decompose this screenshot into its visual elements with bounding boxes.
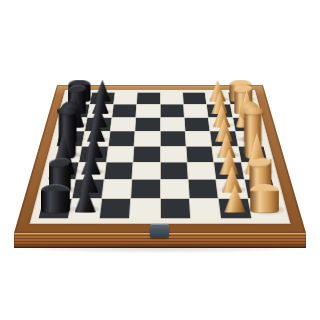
square-d8[interactable] — [57, 131, 85, 145]
square-h5[interactable] — [130, 199, 160, 219]
square-a5[interactable] — [137, 93, 160, 105]
square-a6[interactable] — [114, 93, 137, 105]
square-h2[interactable] — [219, 199, 251, 219]
square-a1[interactable] — [228, 93, 253, 105]
square-d3[interactable] — [185, 131, 211, 145]
square-b6[interactable] — [112, 105, 136, 118]
square-c6[interactable] — [110, 118, 135, 131]
square-b7[interactable] — [88, 105, 113, 118]
chess-box-scene — [14, 58, 306, 233]
square-b8[interactable] — [64, 105, 90, 118]
square-g1[interactable] — [245, 180, 277, 198]
square-f2[interactable] — [214, 162, 243, 179]
square-h1[interactable] — [248, 199, 281, 219]
square-c7[interactable] — [85, 118, 111, 131]
square-d1[interactable] — [235, 131, 263, 145]
square-d7[interactable] — [83, 131, 110, 145]
square-e7[interactable] — [80, 146, 108, 162]
square-e8[interactable] — [53, 146, 82, 162]
square-b4[interactable] — [160, 105, 183, 118]
square-c2[interactable] — [209, 118, 235, 131]
square-c1[interactable] — [233, 118, 260, 131]
square-f3[interactable] — [187, 162, 215, 179]
square-g7[interactable] — [73, 180, 104, 198]
square-f5[interactable] — [132, 162, 159, 179]
chess-board-squares — [39, 93, 282, 219]
square-f7[interactable] — [76, 162, 105, 179]
square-h3[interactable] — [190, 199, 221, 219]
square-e1[interactable] — [238, 146, 267, 162]
drop-shadow — [22, 245, 298, 253]
square-d4[interactable] — [160, 131, 185, 145]
square-e3[interactable] — [186, 146, 213, 162]
square-a4[interactable] — [160, 93, 183, 105]
square-f4[interactable] — [160, 162, 187, 179]
square-g3[interactable] — [188, 180, 217, 198]
square-b5[interactable] — [136, 105, 159, 118]
square-g8[interactable] — [44, 180, 76, 198]
square-h8[interactable] — [39, 199, 72, 219]
square-a3[interactable] — [183, 93, 206, 105]
square-b1[interactable] — [230, 105, 256, 118]
square-b2[interactable] — [207, 105, 232, 118]
square-c5[interactable] — [135, 118, 159, 131]
square-f1[interactable] — [241, 162, 271, 179]
box-clasp[interactable] — [150, 224, 169, 238]
square-g6[interactable] — [102, 180, 131, 198]
square-e4[interactable] — [160, 146, 186, 162]
square-c4[interactable] — [160, 118, 184, 131]
square-e6[interactable] — [107, 146, 134, 162]
square-b3[interactable] — [184, 105, 208, 118]
chess-board[interactable] — [14, 85, 306, 233]
square-f6[interactable] — [104, 162, 132, 179]
square-d6[interactable] — [109, 131, 135, 145]
board-surface — [29, 90, 290, 224]
square-a8[interactable] — [67, 93, 92, 105]
square-a2[interactable] — [206, 93, 230, 105]
square-d5[interactable] — [134, 131, 159, 145]
square-f8[interactable] — [48, 162, 78, 179]
square-c3[interactable] — [185, 118, 210, 131]
square-a7[interactable] — [90, 93, 114, 105]
square-g2[interactable] — [217, 180, 248, 198]
square-g4[interactable] — [160, 180, 188, 198]
square-g5[interactable] — [131, 180, 159, 198]
square-d2[interactable] — [210, 131, 237, 145]
square-c8[interactable] — [60, 118, 87, 131]
square-h7[interactable] — [69, 199, 101, 219]
square-e2[interactable] — [212, 146, 240, 162]
product-photo — [0, 0, 320, 320]
square-e5[interactable] — [133, 146, 159, 162]
square-h4[interactable] — [160, 199, 190, 219]
square-h6[interactable] — [100, 199, 131, 219]
